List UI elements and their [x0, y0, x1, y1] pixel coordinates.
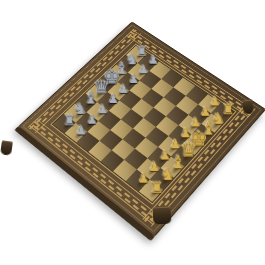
chess-board: ♜♞♝♛♚♝♞♜♟♟♟♟♟♟♟♟♟♟♟♟♟♟♟♟♜♞♝♛♚♝♞♜ [18, 21, 265, 237]
piece-shadow [84, 118, 97, 129]
board-foot-right-corner [242, 100, 253, 115]
board-foot-bottom-corner [153, 207, 172, 225]
chess-set-product-photo: ♜♞♝♛♚♝♞♜♟♟♟♟♟♟♟♟♟♟♟♟♟♟♟♟♜♞♝♛♚♝♞♜ [0, 0, 265, 265]
piece-shadow [83, 100, 95, 111]
board-frame: ♜♞♝♛♚♝♞♜♟♟♟♟♟♟♟♟♟♟♟♟♟♟♟♟♜♞♝♛♚♝♞♜ [18, 21, 265, 237]
scene: ♜♞♝♛♚♝♞♜♟♟♟♟♟♟♟♟♟♟♟♟♟♟♟♟♜♞♝♛♚♝♞♜ [0, 0, 265, 265]
